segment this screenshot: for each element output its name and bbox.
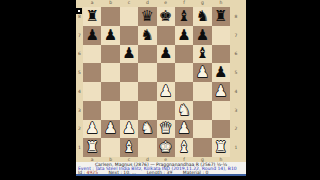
rank-label: 3	[76, 101, 83, 120]
square-a5[interactable]	[83, 63, 101, 82]
piece-white-rook[interactable]: ♜	[214, 140, 227, 155]
rank-label: 3	[231, 101, 241, 120]
square-d8[interactable]: ♛	[138, 7, 156, 26]
rank-label: 7	[76, 26, 83, 45]
rank-labels-left: 87654321	[76, 7, 83, 157]
square-d3[interactable]	[138, 101, 156, 120]
piece-black-pawn[interactable]: ♟	[122, 46, 135, 61]
piece-black-pawn[interactable]: ♟	[214, 65, 227, 80]
square-h4[interactable]: ♟	[212, 82, 230, 101]
square-e2[interactable]: ♛	[157, 120, 175, 139]
file-label: f	[175, 0, 193, 7]
rank-label: 6	[231, 45, 241, 64]
square-e1[interactable]: ♚	[157, 138, 175, 157]
square-g2[interactable]	[193, 120, 211, 139]
square-h5[interactable]: ♟	[212, 63, 230, 82]
square-d5[interactable]	[138, 63, 156, 82]
square-b4[interactable]	[101, 82, 119, 101]
square-c2[interactable]: ♟	[120, 120, 138, 139]
file-labels-top: abcdefgh	[83, 0, 230, 7]
square-f3[interactable]: ♞	[175, 101, 193, 120]
square-b2[interactable]: ♟	[101, 120, 119, 139]
file-label: a	[83, 0, 101, 7]
piece-white-pawn[interactable]: ♟	[122, 121, 135, 136]
piece-white-pawn[interactable]: ♟	[214, 84, 227, 99]
piece-black-pawn[interactable]: ♟	[85, 28, 98, 43]
piece-white-pawn[interactable]: ♟	[104, 121, 117, 136]
square-d1[interactable]	[138, 138, 156, 157]
file-label: b	[101, 0, 119, 7]
rank-label: 2	[76, 120, 83, 139]
piece-black-pawn[interactable]: ♟	[159, 46, 172, 61]
square-h8[interactable]: ♜	[212, 7, 230, 26]
square-c5[interactable]	[120, 63, 138, 82]
square-g3[interactable]	[193, 101, 211, 120]
square-a3[interactable]	[83, 101, 101, 120]
rank-label: 6	[76, 45, 83, 64]
piece-white-king[interactable]: ♚	[159, 140, 172, 155]
separator-line	[76, 174, 246, 176]
square-f5[interactable]	[175, 63, 193, 82]
file-label: c	[120, 0, 138, 7]
piece-white-pawn[interactable]: ♟	[196, 65, 209, 80]
piece-white-knight[interactable]: ♞	[141, 121, 154, 136]
video-frame: abcdefgh 87654321 ♜♛♚♝♞♜♟♟♞♟♟♟♟♝♟♟♟♟♞♟♟♟…	[0, 0, 320, 180]
square-g6[interactable]: ♝	[193, 45, 211, 64]
square-c1[interactable]: ♝	[120, 138, 138, 157]
square-d2[interactable]: ♞	[138, 120, 156, 139]
piece-white-pawn[interactable]: ♟	[85, 121, 98, 136]
rank-labels-right: 87654321	[231, 7, 241, 157]
piece-white-pawn[interactable]: ♟	[177, 121, 190, 136]
rank-label: 5	[231, 63, 241, 82]
square-d7[interactable]: ♞	[138, 26, 156, 45]
square-f1[interactable]: ♝	[175, 138, 193, 157]
rank-label: 1	[231, 138, 241, 157]
square-b3[interactable]	[101, 101, 119, 120]
rank-label: 1	[76, 138, 83, 157]
square-h2[interactable]	[212, 120, 230, 139]
piece-black-pawn[interactable]: ♟	[104, 28, 117, 43]
piece-black-knight[interactable]: ♞	[141, 28, 154, 43]
square-e8[interactable]: ♚	[157, 7, 175, 26]
square-b1[interactable]	[101, 138, 119, 157]
rank-label: 4	[231, 82, 241, 101]
square-e7[interactable]	[157, 26, 175, 45]
square-a4[interactable]	[83, 82, 101, 101]
square-e3[interactable]	[157, 101, 175, 120]
chess-board[interactable]: ♜♛♚♝♞♜♟♟♞♟♟♟♟♝♟♟♟♟♞♟♟♟♞♛♟♜♝♚♝♜	[83, 7, 230, 157]
square-h3[interactable]	[212, 101, 230, 120]
square-g7[interactable]: ♟	[193, 26, 211, 45]
square-c3[interactable]	[120, 101, 138, 120]
square-c6[interactable]: ♟	[120, 45, 138, 64]
square-d6[interactable]	[138, 45, 156, 64]
square-b7[interactable]: ♟	[101, 26, 119, 45]
square-e6[interactable]: ♟	[157, 45, 175, 64]
piece-black-rook[interactable]: ♜	[85, 9, 98, 24]
piece-white-pawn[interactable]: ♟	[159, 84, 172, 99]
piece-white-queen[interactable]: ♛	[159, 121, 172, 136]
rank-label: 2	[231, 120, 241, 139]
rank-label: 8	[231, 7, 241, 26]
square-g1[interactable]	[193, 138, 211, 157]
piece-black-rook[interactable]: ♜	[214, 9, 227, 24]
file-label: h	[212, 0, 230, 7]
file-label: g	[193, 0, 211, 7]
square-h1[interactable]: ♜	[212, 138, 230, 157]
square-b6[interactable]	[101, 45, 119, 64]
piece-white-bishop[interactable]: ♝	[177, 140, 190, 155]
square-f7[interactable]: ♟	[175, 26, 193, 45]
piece-black-pawn[interactable]: ♟	[177, 28, 190, 43]
piece-black-pawn[interactable]: ♟	[196, 28, 209, 43]
square-f2[interactable]: ♟	[175, 120, 193, 139]
rank-label: 5	[76, 63, 83, 82]
rank-label: 7	[231, 26, 241, 45]
square-g8[interactable]: ♞	[193, 7, 211, 26]
square-c7[interactable]	[120, 26, 138, 45]
piece-black-king[interactable]: ♚	[159, 9, 172, 24]
square-f4[interactable]	[175, 82, 193, 101]
piece-white-knight[interactable]: ♞	[177, 103, 190, 118]
square-g5[interactable]: ♟	[193, 63, 211, 82]
game-info-caption: Carlsen, Magnus (2876) — Praggnanandhaa …	[76, 162, 246, 174]
square-a2[interactable]: ♟	[83, 120, 101, 139]
square-h6[interactable]	[212, 45, 230, 64]
square-c4[interactable]	[120, 82, 138, 101]
piece-white-bishop[interactable]: ♝	[122, 140, 135, 155]
square-e5[interactable]	[157, 63, 175, 82]
square-h7[interactable]	[212, 26, 230, 45]
chess-gui-panel: abcdefgh 87654321 ♜♛♚♝♞♜♟♟♞♟♟♟♟♝♟♟♟♟♞♟♟♟…	[76, 0, 246, 176]
rank-label: 4	[76, 82, 83, 101]
square-a1[interactable]: ♜	[83, 138, 101, 157]
square-d4[interactable]	[138, 82, 156, 101]
square-b5[interactable]	[101, 63, 119, 82]
piece-white-rook[interactable]: ♜	[85, 140, 98, 155]
piece-black-bishop[interactable]: ♝	[196, 46, 209, 61]
square-a6[interactable]	[83, 45, 101, 64]
piece-black-bishop[interactable]: ♝	[177, 9, 190, 24]
square-e4[interactable]: ♟	[157, 82, 175, 101]
square-a8[interactable]: ♜	[83, 7, 101, 26]
square-a7[interactable]: ♟	[83, 26, 101, 45]
square-c8[interactable]	[120, 7, 138, 26]
square-f8[interactable]: ♝	[175, 7, 193, 26]
square-b8[interactable]	[101, 7, 119, 26]
square-g4[interactable]	[193, 82, 211, 101]
piece-black-queen[interactable]: ♛	[141, 9, 154, 24]
file-label: e	[157, 0, 175, 7]
rank-label: 8	[76, 7, 83, 26]
file-label: d	[138, 0, 156, 7]
square-f6[interactable]	[175, 45, 193, 64]
piece-black-knight[interactable]: ♞	[196, 9, 209, 24]
